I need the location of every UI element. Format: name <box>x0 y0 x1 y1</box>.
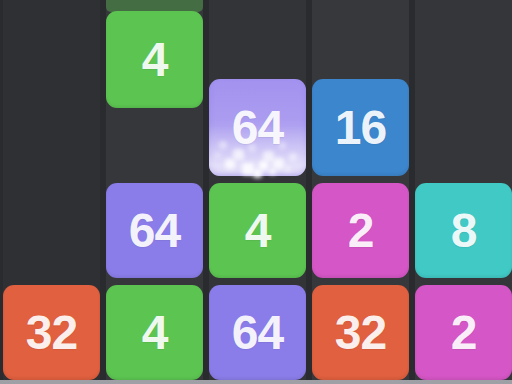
tile-4: 4 <box>106 285 203 380</box>
tile-value: 64 <box>129 207 180 255</box>
board-bottom-bar <box>0 380 512 384</box>
tile-2: 2 <box>312 183 409 278</box>
tile-value: 32 <box>335 309 386 357</box>
tile-64: 64 <box>209 285 306 380</box>
merge-particle <box>259 161 268 170</box>
tile-value: 2 <box>451 309 477 357</box>
merge-particle <box>225 159 235 169</box>
tile-value: 4 <box>142 36 168 84</box>
merge-particle <box>215 152 221 158</box>
tile-4: 4 <box>106 11 203 108</box>
tile-value: 64 <box>232 309 283 357</box>
tile-value: 4 <box>245 207 271 255</box>
tile-32: 32 <box>312 285 409 380</box>
merge-particle <box>273 158 284 169</box>
merge-particle <box>285 166 291 172</box>
tile-32: 32 <box>3 285 100 380</box>
tile-4: 4 <box>209 183 306 278</box>
tile-value: 2 <box>348 207 374 255</box>
merge-particle <box>269 168 276 175</box>
tile-2: 2 <box>415 285 512 380</box>
tile-value: 8 <box>451 207 477 255</box>
tile-value: 4 <box>142 309 168 357</box>
tile-value: 16 <box>335 104 386 152</box>
tile-64: 64 <box>209 79 306 176</box>
tile-value: 32 <box>26 309 77 357</box>
tile-8: 8 <box>415 183 512 278</box>
tile-16: 16 <box>312 79 409 176</box>
merge-particle <box>219 141 227 149</box>
merge-particle <box>242 163 254 175</box>
game-board: 464166442832464322 <box>0 0 512 384</box>
tile-value: 64 <box>232 104 283 152</box>
tile-64: 64 <box>106 183 203 278</box>
merge-particle <box>289 153 297 161</box>
